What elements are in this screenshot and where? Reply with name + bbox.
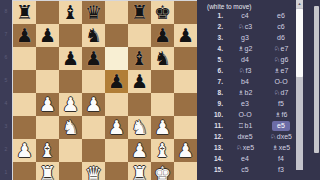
piece-white-b-g2: ♝	[154, 139, 171, 162]
move-number: 6.	[197, 67, 227, 74]
square-c2[interactable]	[59, 139, 82, 162]
move-text: e7	[280, 67, 288, 75]
piece-white-n-f3: ♞	[131, 116, 148, 139]
square-f5[interactable]: ♟	[128, 70, 151, 93]
piece-white-p-c4: ♟	[62, 93, 79, 116]
piece-white-r-f1: ♜	[131, 162, 148, 180]
piece-black-k-g8: ♚	[154, 1, 171, 24]
move-12-white[interactable]: dxe5	[227, 132, 263, 142]
move-text: xe5	[279, 144, 290, 152]
move-5-black[interactable]: ♘g6	[263, 55, 299, 65]
figurine-n-icon: ♘	[239, 67, 245, 75]
square-f4[interactable]	[128, 93, 151, 116]
move-number: 9.	[197, 100, 227, 107]
square-d2[interactable]	[82, 139, 105, 162]
move-text: d4	[241, 56, 249, 64]
square-h7[interactable]: ♟	[174, 24, 197, 47]
move-text: b1	[244, 122, 252, 130]
move-row-11: 11.♖b1e5	[197, 120, 299, 131]
square-d5[interactable]	[82, 70, 105, 93]
square-e1[interactable]	[105, 162, 128, 180]
piece-white-q-d1: ♛	[85, 162, 102, 180]
square-f2[interactable]: ♟	[128, 139, 151, 162]
square-f7[interactable]	[128, 24, 151, 47]
move-number: 3.	[197, 34, 227, 41]
square-a5[interactable]	[13, 70, 36, 93]
square-e3[interactable]: ♟	[105, 116, 128, 139]
figurine-n-icon: ♘	[274, 45, 280, 53]
square-e6[interactable]	[105, 47, 128, 70]
move-8-black[interactable]: ♘d7	[263, 88, 299, 98]
piece-black-p-c6: ♟	[62, 47, 79, 70]
move-text: d7	[280, 89, 288, 97]
move-4-black[interactable]: ♘e7	[263, 44, 299, 54]
move-text: e7	[280, 45, 288, 53]
square-d4[interactable]: ♟	[82, 93, 105, 116]
move-list: 1.c4e62.♘c3c63.g3d64.♗g2♘e75.d4♘g66.♘f3♗…	[197, 10, 299, 175]
rank-label-4: 4	[0, 92, 12, 115]
figurine-b-icon: ♗	[238, 89, 244, 97]
move-13-black[interactable]: ♗xe5	[263, 143, 299, 153]
figurine-r-icon: ♖	[238, 122, 244, 130]
move-14-black[interactable]: f4	[263, 154, 299, 164]
square-h1[interactable]	[174, 162, 197, 180]
square-f6[interactable]: ♝	[128, 47, 151, 70]
figurine-n-icon: ♘	[274, 56, 280, 64]
rank-label-3: 3	[0, 115, 12, 138]
piece-black-r-f8: ♜	[131, 1, 148, 24]
move-text: xe5	[243, 144, 254, 152]
move-text: f5	[278, 100, 284, 108]
square-g6[interactable]: ♞	[151, 47, 174, 70]
square-e8[interactable]	[105, 1, 128, 24]
square-c4[interactable]: ♟	[59, 93, 82, 116]
figurine-n-icon: ♘	[270, 133, 276, 141]
piece-black-n-d7: ♞	[85, 24, 102, 47]
move-2-white[interactable]: ♘c3	[227, 22, 263, 32]
piece-black-r-a8: ♜	[16, 1, 33, 24]
move-list-scrollbar[interactable]: ▲	[296, 0, 303, 170]
piece-white-n-c3: ♞	[62, 116, 79, 139]
move-text: f3	[278, 166, 284, 174]
piece-black-p-a7: ♟	[16, 24, 33, 47]
move-row-9: 9.e3f5	[197, 98, 299, 109]
move-row-6: 6.♘f3♗e7	[197, 65, 299, 76]
piece-black-p-d6: ♟	[85, 47, 102, 70]
square-b5[interactable]	[36, 70, 59, 93]
move-number: 10.	[197, 111, 227, 118]
square-e4[interactable]	[105, 93, 128, 116]
move-11-white[interactable]: ♖b1	[227, 121, 263, 131]
square-a6[interactable]	[13, 47, 36, 70]
square-a3[interactable]	[13, 116, 36, 139]
piece-black-n-g6: ♞	[154, 47, 171, 70]
move-9-white[interactable]: e3	[227, 99, 263, 109]
scroll-up-arrow-icon[interactable]: ▲	[296, 0, 303, 8]
square-f1[interactable]: ♜	[128, 162, 151, 180]
square-b1[interactable]: ♜	[36, 162, 59, 180]
move-number: 7.	[197, 78, 227, 85]
move-number: 12.	[197, 133, 227, 140]
move-text: f4	[278, 155, 284, 163]
move-9-black[interactable]: f5	[263, 99, 299, 109]
move-text: dxe5	[277, 133, 292, 141]
move-text: dxe5	[237, 133, 252, 141]
piece-black-p-h7: ♟	[177, 24, 194, 47]
square-g2[interactable]: ♝	[151, 139, 174, 162]
move-number: 15.	[197, 166, 227, 173]
square-f8[interactable]: ♜	[128, 1, 151, 24]
move-number: 14.	[197, 155, 227, 162]
move-list-panel: (white to move) 1.c4e62.♘c3c63.g3d64.♗g2…	[197, 0, 320, 180]
move-15-white[interactable]: c5	[227, 165, 263, 175]
square-d1[interactable]: ♛	[82, 162, 105, 180]
chess-app-screen: 87654321 ♜♝♛♜♚♟♟♞♟♟♟♟♝♞♟♟♟♟♟♞♟♞♟♟♝♟♝♟♜♛♜…	[0, 0, 320, 180]
move-text: f3	[245, 67, 251, 75]
piece-black-p-b7: ♟	[39, 24, 56, 47]
square-c6[interactable]: ♟	[59, 47, 82, 70]
move-row-8: 8.♗b2♘d7	[197, 87, 299, 98]
square-g7[interactable]: ♟	[151, 24, 174, 47]
move-number: 8.	[197, 89, 227, 96]
move-15-black[interactable]: f3	[263, 165, 299, 175]
move-number: 2.	[197, 23, 227, 30]
move-text: g2	[244, 45, 252, 53]
move-row-12: 12.dxe5♘dxe5	[197, 131, 299, 142]
piece-black-b-c8: ♝	[62, 1, 79, 24]
move-number: 11.	[197, 122, 227, 129]
square-g3[interactable]: ♟	[151, 116, 174, 139]
square-g4[interactable]	[151, 93, 174, 116]
move-8-white[interactable]: ♗b2	[227, 88, 263, 98]
figurine-n-icon: ♘	[274, 89, 280, 97]
move-text: O-O	[238, 111, 251, 119]
square-a1[interactable]	[13, 162, 36, 180]
move-7-white[interactable]: b4	[227, 77, 263, 87]
move-6-black[interactable]: ♗e7	[263, 66, 299, 76]
move-row-15: 15.c5f3	[197, 164, 299, 175]
rank-label-6: 6	[0, 46, 12, 69]
move-row-7: 7.b4O-O	[197, 76, 299, 87]
move-14-white[interactable]: e4	[227, 154, 263, 164]
figurine-b-icon: ♗	[238, 45, 244, 53]
move-text: e3	[241, 100, 249, 108]
figurine-b-icon: ♗	[275, 111, 281, 119]
move-row-13: 13.♘xe5♗xe5	[197, 142, 299, 153]
square-b3[interactable]	[36, 116, 59, 139]
move-row-14: 14.e4f4	[197, 153, 299, 164]
move-text: e4	[241, 155, 249, 163]
square-d6[interactable]: ♟	[82, 47, 105, 70]
piece-white-p-f2: ♟	[131, 139, 148, 162]
move-10-white[interactable]: O-O	[227, 110, 263, 120]
piece-white-b-b2: ♝	[39, 139, 56, 162]
square-b2[interactable]: ♝	[36, 139, 59, 162]
figurine-n-icon: ♘	[238, 23, 244, 31]
square-f3[interactable]: ♞	[128, 116, 151, 139]
piece-white-p-e3: ♟	[108, 116, 125, 139]
rank-label-5: 5	[0, 69, 12, 92]
rank-label-8: 8	[0, 0, 12, 23]
move-row-10: 10.O-O♗f6	[197, 109, 299, 120]
move-number: 1.	[197, 12, 227, 19]
move-row-5: 5.d4♘g6	[197, 54, 299, 65]
move-row-3: 3.g3d6	[197, 32, 299, 43]
square-d7[interactable]: ♞	[82, 24, 105, 47]
square-h2[interactable]: ♟	[174, 139, 197, 162]
chess-board[interactable]: ♜♝♛♜♚♟♟♞♟♟♟♟♝♞♟♟♟♟♟♞♟♞♟♟♝♟♝♟♜♛♜♚	[12, 0, 198, 180]
square-a4[interactable]	[13, 93, 36, 116]
move-number: 5.	[197, 56, 227, 63]
move-1-black[interactable]: e6	[263, 11, 299, 21]
square-e5[interactable]: ♟	[105, 70, 128, 93]
figurine-b-icon: ♗	[272, 144, 278, 152]
square-d8[interactable]: ♛	[82, 1, 105, 24]
rank-label-7: 7	[0, 23, 12, 46]
move-text: O-O	[274, 78, 287, 86]
window-scrollbar[interactable]	[314, 6, 319, 153]
piece-white-r-b1: ♜	[39, 162, 56, 180]
move-number: 4.	[197, 45, 227, 52]
rank-label-strip: 87654321	[0, 0, 12, 180]
rank-label-2: 2	[0, 138, 12, 161]
square-g8[interactable]: ♚	[151, 1, 174, 24]
move-13-white[interactable]: ♘xe5	[227, 143, 263, 153]
move-text: g6	[280, 56, 288, 64]
figurine-n-icon: ♘	[236, 144, 242, 152]
rank-label-1: 1	[0, 161, 12, 180]
move-4-white[interactable]: ♗g2	[227, 44, 263, 54]
move-5-white[interactable]: d4	[227, 55, 263, 65]
move-row-4: 4.♗g2♘e7	[197, 43, 299, 54]
square-b4[interactable]: ♟	[36, 93, 59, 116]
piece-black-p-f5: ♟	[131, 70, 148, 93]
move-text: e6	[277, 12, 285, 20]
piece-white-p-b4: ♟	[39, 93, 56, 116]
square-a2[interactable]: ♟	[13, 139, 36, 162]
square-h5[interactable]	[174, 70, 197, 93]
square-b8[interactable]	[36, 1, 59, 24]
square-e7[interactable]	[105, 24, 128, 47]
piece-white-p-a2: ♟	[16, 139, 33, 162]
square-h8[interactable]	[174, 1, 197, 24]
square-g1[interactable]: ♚	[151, 162, 174, 180]
piece-black-p-g7: ♟	[154, 24, 171, 47]
scrollbar-thumb[interactable]	[296, 9, 303, 77]
move-text: g3	[241, 34, 249, 42]
piece-white-p-g3: ♟	[154, 116, 171, 139]
square-e2[interactable]	[105, 139, 128, 162]
move-7-black[interactable]: O-O	[263, 77, 299, 87]
piece-white-p-d4: ♟	[85, 93, 102, 116]
square-c7[interactable]	[59, 24, 82, 47]
move-row-2: 2.♘c3c6	[197, 21, 299, 32]
piece-black-q-d8: ♛	[85, 1, 102, 24]
move-12-black[interactable]: ♘dxe5	[263, 132, 299, 142]
square-h3[interactable]	[174, 116, 197, 139]
move-11-black[interactable]: e5	[263, 121, 299, 131]
piece-black-p-e5: ♟	[108, 70, 125, 93]
move-6-white[interactable]: ♘f3	[227, 66, 263, 76]
move-text: e5	[277, 122, 285, 130]
move-3-black[interactable]: d6	[263, 33, 299, 43]
square-h4[interactable]	[174, 93, 197, 116]
move-text: b2	[244, 89, 252, 97]
square-a8[interactable]: ♜	[13, 1, 36, 24]
move-3-white[interactable]: g3	[227, 33, 263, 43]
square-b6[interactable]	[36, 47, 59, 70]
move-2-black[interactable]: c6	[263, 22, 299, 32]
square-h6[interactable]	[174, 47, 197, 70]
square-g5[interactable]	[151, 70, 174, 93]
piece-black-b-f6: ♝	[131, 47, 148, 70]
square-d3[interactable]	[82, 116, 105, 139]
move-text: b4	[241, 78, 249, 86]
piece-white-k-g1: ♚	[154, 162, 171, 180]
figurine-b-icon: ♗	[274, 67, 280, 75]
move-10-black[interactable]: ♗f6	[263, 110, 299, 120]
move-text: c3	[245, 23, 252, 31]
move-text: d6	[277, 34, 285, 42]
square-c5[interactable]	[59, 70, 82, 93]
piece-white-p-h2: ♟	[177, 139, 194, 162]
square-b7[interactable]: ♟	[36, 24, 59, 47]
move-1-white[interactable]: c4	[227, 11, 263, 21]
move-row-1: 1.c4e6	[197, 10, 299, 21]
square-a7[interactable]: ♟	[13, 24, 36, 47]
move-number: 13.	[197, 144, 227, 151]
square-c8[interactable]: ♝	[59, 1, 82, 24]
move-text: c5	[241, 166, 248, 174]
square-c1[interactable]	[59, 162, 82, 180]
move-text: c6	[277, 23, 284, 31]
move-text: c4	[241, 12, 248, 20]
move-text: f6	[281, 111, 287, 119]
square-c3[interactable]: ♞	[59, 116, 82, 139]
